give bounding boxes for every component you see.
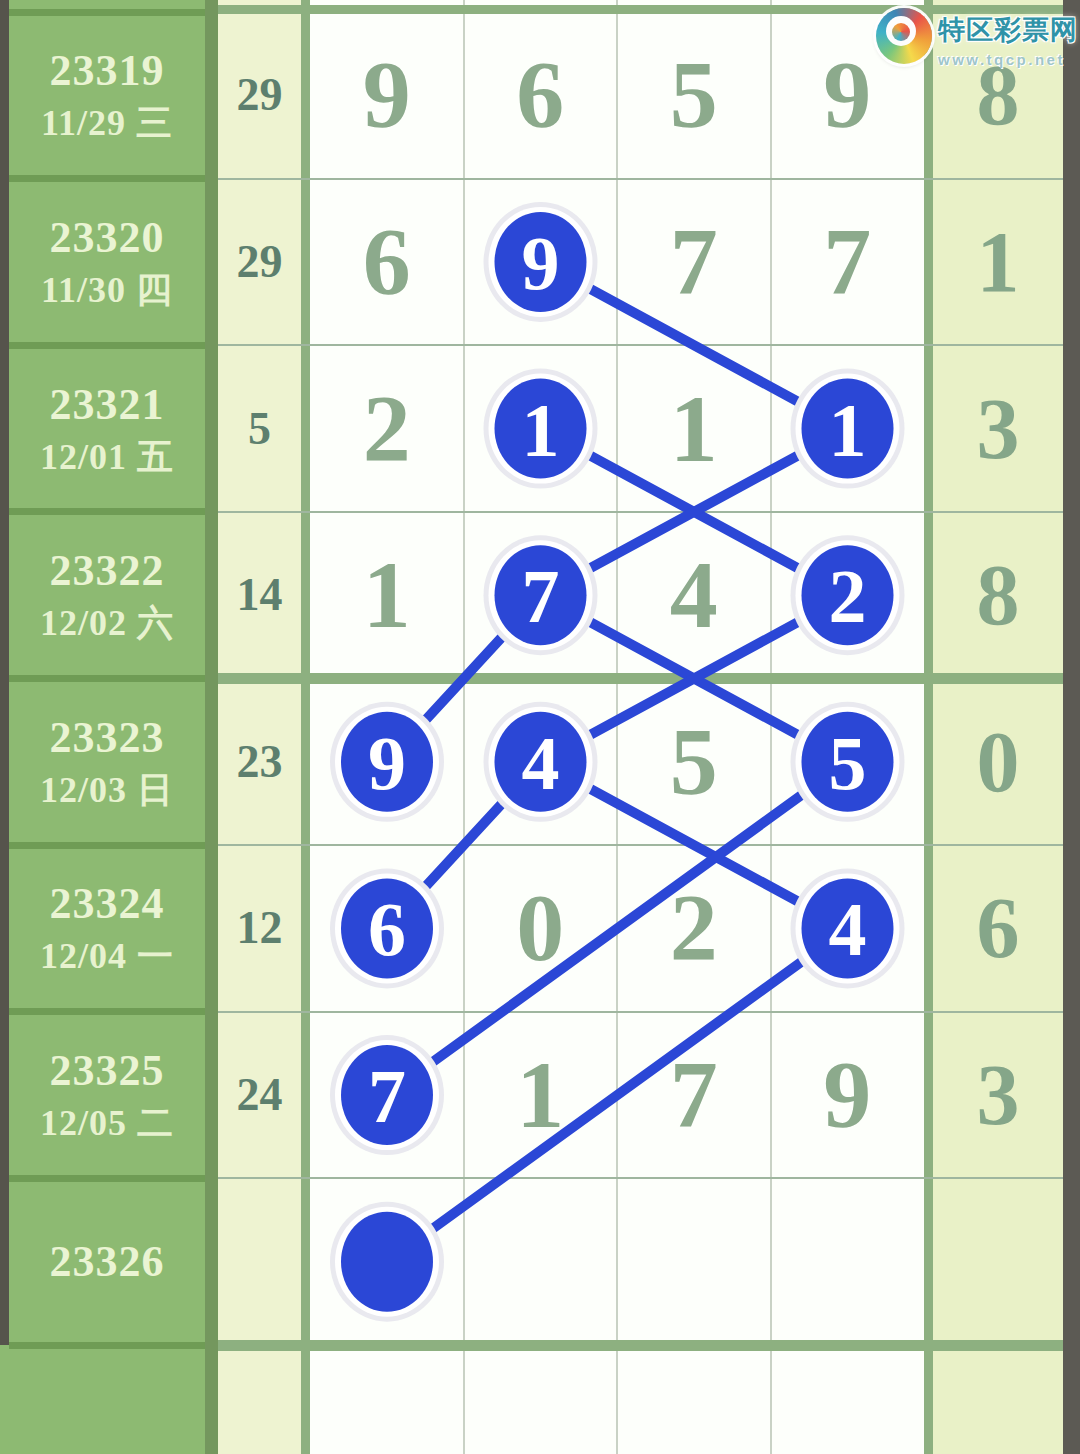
marker-digit: 7 <box>368 1054 406 1138</box>
marker-digit: 2 <box>829 554 867 638</box>
trail-line <box>387 762 848 1095</box>
trail-line <box>387 928 848 1261</box>
marker-digit: 5 <box>829 721 867 805</box>
site-url: www.tqcp.net <box>938 51 1078 68</box>
marker-digit: 9 <box>368 721 406 805</box>
site-logo-icon <box>876 8 932 64</box>
marker-digit: 7 <box>522 554 560 638</box>
marker-digit: 1 <box>522 388 560 472</box>
lottery-trend-chart: 2331911/29 三29965982332011/30 四296771233… <box>0 0 1080 1454</box>
site-name: 特区彩票网 <box>938 12 1078 48</box>
marker-digit: 9 <box>522 221 560 305</box>
trail-overlay: 91172945647 <box>0 0 1080 1454</box>
marker-digit: 1 <box>829 388 867 472</box>
site-watermark-text: 特区彩票网 www.tqcp.net <box>938 12 1078 68</box>
marker-digit: 4 <box>829 887 867 971</box>
site-watermark: 特区彩票网 www.tqcp.net <box>860 2 1080 82</box>
marker-digit: 4 <box>522 721 560 805</box>
marker-digit: 6 <box>368 887 406 971</box>
marker-solid <box>341 1212 433 1312</box>
